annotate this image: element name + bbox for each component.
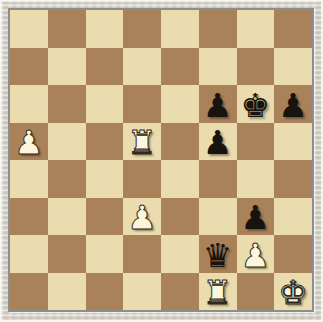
black-queen[interactable]: ♛ [203,236,233,272]
square-f8[interactable] [199,10,237,48]
square-h8[interactable] [274,10,312,48]
square-c1[interactable] [86,273,124,311]
square-b5[interactable] [48,123,86,161]
square-e1[interactable] [161,273,199,311]
black-pawn[interactable]: ♟ [241,198,271,234]
square-h6[interactable]: ♟ [274,85,312,123]
square-a4[interactable] [10,160,48,198]
white-pawn[interactable]: ♟ [14,123,44,159]
square-a7[interactable] [10,48,48,86]
square-e3[interactable] [161,198,199,236]
square-f2[interactable]: ♛ [199,235,237,273]
board-border: ♟♚♟♟♜♟♟♟♛♟♜♚ [8,8,314,312]
square-b7[interactable] [48,48,86,86]
square-g1[interactable] [237,273,275,311]
square-g5[interactable] [237,123,275,161]
white-pawn[interactable]: ♟ [127,198,157,234]
square-c7[interactable] [86,48,124,86]
square-e8[interactable] [161,10,199,48]
square-d2[interactable] [123,235,161,273]
square-a3[interactable] [10,198,48,236]
square-h7[interactable] [274,48,312,86]
square-f4[interactable] [199,160,237,198]
square-f3[interactable] [199,198,237,236]
square-f6[interactable]: ♟ [199,85,237,123]
square-h1[interactable]: ♚ [274,273,312,311]
square-a6[interactable] [10,85,48,123]
square-c2[interactable] [86,235,124,273]
square-e4[interactable] [161,160,199,198]
square-b4[interactable] [48,160,86,198]
square-f1[interactable]: ♜ [199,273,237,311]
square-h2[interactable] [274,235,312,273]
square-c3[interactable] [86,198,124,236]
square-f7[interactable] [199,48,237,86]
square-h4[interactable] [274,160,312,198]
square-g8[interactable] [237,10,275,48]
square-c5[interactable] [86,123,124,161]
square-h3[interactable] [274,198,312,236]
square-b6[interactable] [48,85,86,123]
square-a5[interactable]: ♟ [10,123,48,161]
square-c6[interactable] [86,85,124,123]
square-d8[interactable] [123,10,161,48]
square-g3[interactable]: ♟ [237,198,275,236]
square-d3[interactable]: ♟ [123,198,161,236]
square-g2[interactable]: ♟ [237,235,275,273]
square-d5[interactable]: ♜ [123,123,161,161]
square-a2[interactable] [10,235,48,273]
square-e2[interactable] [161,235,199,273]
board-frame: ♟♚♟♟♜♟♟♟♛♟♜♚ [0,0,323,322]
black-pawn[interactable]: ♟ [278,86,308,122]
square-c4[interactable] [86,160,124,198]
square-f5[interactable]: ♟ [199,123,237,161]
square-b2[interactable] [48,235,86,273]
white-rook[interactable]: ♜ [127,123,157,159]
black-king[interactable]: ♚ [241,86,271,122]
square-b3[interactable] [48,198,86,236]
square-g6[interactable]: ♚ [237,85,275,123]
square-a1[interactable] [10,273,48,311]
square-e6[interactable] [161,85,199,123]
square-e7[interactable] [161,48,199,86]
chess-board: ♟♚♟♟♜♟♟♟♛♟♜♚ [10,10,312,310]
square-a8[interactable] [10,10,48,48]
square-d6[interactable] [123,85,161,123]
square-d4[interactable] [123,160,161,198]
square-c8[interactable] [86,10,124,48]
black-pawn[interactable]: ♟ [203,86,233,122]
white-king[interactable]: ♚ [278,273,308,309]
square-g4[interactable] [237,160,275,198]
white-pawn[interactable]: ♟ [241,236,271,272]
white-rook[interactable]: ♜ [203,273,233,309]
square-d7[interactable] [123,48,161,86]
square-b1[interactable] [48,273,86,311]
square-h5[interactable] [274,123,312,161]
black-pawn[interactable]: ♟ [203,123,233,159]
square-g7[interactable] [237,48,275,86]
square-e5[interactable] [161,123,199,161]
square-b8[interactable] [48,10,86,48]
square-d1[interactable] [123,273,161,311]
